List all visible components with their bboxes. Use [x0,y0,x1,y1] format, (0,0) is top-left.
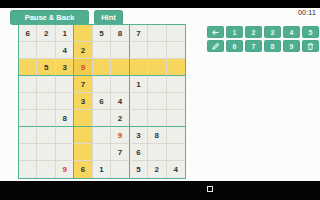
cell-r1c5[interactable]: 5 [93,25,111,42]
digit-6-button[interactable]: 6 [226,40,243,52]
cell-r4c6[interactable] [111,76,129,93]
cell-r6c6[interactable]: 2 [111,110,129,127]
cell-r5c9[interactable] [167,93,185,110]
cell-r2c8[interactable] [148,42,166,59]
cell-r5c4[interactable]: 3 [74,93,92,110]
cell-r5c1[interactable] [19,93,37,110]
delete-button[interactable] [302,40,319,52]
digit-2-button[interactable]: 2 [245,26,262,38]
cell-r3c3[interactable]: 3 [56,59,74,76]
hint-button[interactable]: Hint [94,10,123,25]
cell-r6c2[interactable] [37,110,55,127]
cell-r7c8[interactable]: 8 [148,127,166,144]
cell-r2c3[interactable]: 4 [56,42,74,59]
cell-r3c8[interactable] [148,59,166,76]
cell-r3c1[interactable] [19,59,37,76]
pencil-icon [211,42,220,51]
pencil-button[interactable] [207,40,224,52]
cell-r3c4[interactable]: 9 [74,59,92,76]
cell-r1c6[interactable]: 8 [111,25,129,42]
cell-r4c2[interactable] [37,76,55,93]
cell-r5c2[interactable] [37,93,55,110]
cell-r6c7[interactable] [130,110,148,127]
android-nav-bar [0,181,320,200]
cell-r1c3[interactable]: 1 [56,25,74,42]
cell-r5c6[interactable]: 4 [111,93,129,110]
undo-button[interactable] [207,26,224,38]
digit-1-button[interactable]: 1 [226,26,243,38]
cell-r8c7[interactable]: 6 [130,144,148,161]
cell-r3c5[interactable] [93,59,111,76]
cell-r4c9[interactable] [167,76,185,93]
pause-back-button[interactable]: Pause & Back [10,10,89,25]
cell-r7c7[interactable]: 3 [130,127,148,144]
cell-r5c7[interactable] [130,93,148,110]
cell-r1c7[interactable]: 7 [130,25,148,42]
cell-r8c6[interactable]: 7 [111,144,129,161]
cell-r4c7[interactable]: 1 [130,76,148,93]
cell-r2c9[interactable] [167,42,185,59]
cell-r7c9[interactable] [167,127,185,144]
digit-8-button[interactable]: 8 [264,40,281,52]
cell-r6c3[interactable]: 8 [56,110,74,127]
digit-7-button[interactable]: 7 [245,40,262,52]
cell-r5c8[interactable] [148,93,166,110]
numpad: 123456789 [207,26,319,52]
cell-r1c8[interactable] [148,25,166,42]
cell-r3c2[interactable]: 5 [37,59,55,76]
cell-r4c1[interactable] [19,76,37,93]
cell-r1c9[interactable] [167,25,185,42]
digit-5-button[interactable]: 5 [302,26,319,38]
cell-r7c3[interactable] [56,127,74,144]
cell-r6c9[interactable] [167,110,185,127]
digit-4-button[interactable]: 4 [283,26,300,38]
cell-r5c5[interactable]: 6 [93,93,111,110]
cell-r7c2[interactable] [37,127,55,144]
cell-r9c1[interactable] [19,161,37,178]
undo-icon [211,28,220,37]
cell-r9c9[interactable]: 4 [167,161,185,178]
cell-r4c5[interactable] [93,76,111,93]
cell-r3c9[interactable] [167,59,185,76]
cell-r6c8[interactable] [148,110,166,127]
cell-r1c4[interactable] [74,25,92,42]
cell-r8c1[interactable] [19,144,37,161]
cell-r2c1[interactable] [19,42,37,59]
cell-r8c5[interactable] [93,144,111,161]
cell-r6c4[interactable] [74,110,92,127]
cell-r9c3[interactable]: 9 [56,161,74,178]
cell-r9c5[interactable]: 1 [93,161,111,178]
cell-r2c5[interactable] [93,42,111,59]
cell-r7c6[interactable]: 9 [111,127,129,144]
sudoku-grid[interactable]: 62158742539713648293876961524 [18,24,186,179]
cell-r8c4[interactable] [74,144,92,161]
cell-r7c4[interactable] [74,127,92,144]
cell-r3c7[interactable] [130,59,148,76]
cell-r7c5[interactable] [93,127,111,144]
cell-r8c3[interactable] [56,144,74,161]
cell-r1c1[interactable]: 6 [19,25,37,42]
cell-r9c2[interactable] [37,161,55,178]
cell-r9c6[interactable] [111,161,129,178]
digit-9-button[interactable]: 9 [283,40,300,52]
cell-r6c1[interactable] [19,110,37,127]
cell-r2c6[interactable] [111,42,129,59]
trash-icon [306,42,315,51]
recents-square-icon[interactable] [207,186,213,192]
cell-r1c2[interactable]: 2 [37,25,55,42]
cell-r2c4[interactable]: 2 [74,42,92,59]
cell-r8c8[interactable] [148,144,166,161]
cell-r3c6[interactable] [111,59,129,76]
cell-r2c7[interactable] [130,42,148,59]
cell-r8c9[interactable] [167,144,185,161]
game-timer: 00:11 [298,9,316,16]
cell-r4c8[interactable] [148,76,166,93]
digit-3-button[interactable]: 3 [264,26,281,38]
cell-r5c3[interactable] [56,93,74,110]
status-bar [0,0,320,8]
cell-r6c5[interactable] [93,110,111,127]
cell-r8c2[interactable] [37,144,55,161]
cell-r9c7[interactable]: 5 [130,161,148,178]
cell-r4c3[interactable] [56,76,74,93]
cell-r9c8[interactable]: 2 [148,161,166,178]
cell-r4c4[interactable]: 7 [74,76,92,93]
cell-r9c4[interactable]: 6 [74,161,92,178]
cell-r7c1[interactable] [19,127,37,144]
cell-r2c2[interactable] [37,42,55,59]
